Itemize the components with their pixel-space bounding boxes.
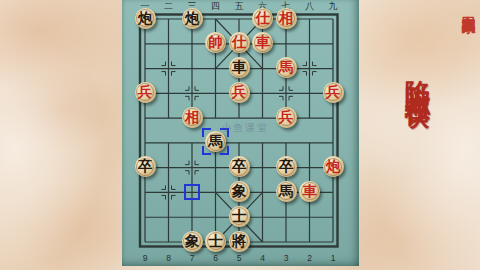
piece-red-horse[interactable]: 馬	[276, 57, 297, 78]
piece-black-advisor[interactable]: 士	[205, 231, 226, 252]
top-file-label-5: 五	[231, 1, 247, 11]
bottom-file-label-7: 3	[278, 253, 294, 263]
bottom-file-label-1: 9	[137, 253, 153, 263]
top-file-label-4: 四	[208, 1, 224, 11]
episode-title: 陷阱与秘诀	[404, 60, 431, 220]
piece-red-cannon[interactable]: 炮	[323, 156, 344, 177]
piece-red-chariot[interactable]: 車	[299, 181, 320, 202]
last-move-from-marker	[184, 184, 200, 200]
piece-black-advisor[interactable]: 士	[229, 206, 250, 227]
piece-black-elephant[interactable]: 象	[182, 231, 203, 252]
piece-red-pawn[interactable]: 兵	[135, 82, 156, 103]
piece-red-pawn[interactable]: 兵	[276, 107, 297, 128]
piece-black-cannon[interactable]: 炮	[135, 8, 156, 29]
video-frame: 一二三四五六七八九 987654321 炮炮仕相帥仕車車馬兵兵兵相兵馬卒卒卒炮象…	[0, 0, 480, 270]
piece-red-advisor[interactable]: 仕	[252, 8, 273, 29]
piece-red-pawn[interactable]: 兵	[229, 82, 250, 103]
piece-black-pawn[interactable]: 卒	[229, 156, 250, 177]
bottom-file-label-5: 5	[231, 253, 247, 263]
bottom-file-label-9: 1	[325, 253, 341, 263]
bottom-file-label-4: 6	[208, 253, 224, 263]
piece-red-pawn[interactable]: 兵	[323, 82, 344, 103]
piece-red-elephant[interactable]: 相	[276, 8, 297, 29]
bottom-file-label-2: 8	[161, 253, 177, 263]
piece-black-cannon[interactable]: 炮	[182, 8, 203, 29]
bottom-file-label-6: 4	[255, 253, 271, 263]
piece-black-horse[interactable]: 馬	[276, 181, 297, 202]
watermark: 小鱼课堂	[221, 121, 269, 135]
piece-black-general[interactable]: 將	[229, 231, 250, 252]
piece-red-elephant[interactable]: 相	[182, 107, 203, 128]
top-file-label-8: 八	[302, 1, 318, 11]
piece-black-pawn[interactable]: 卒	[276, 156, 297, 177]
top-file-label-2: 二	[161, 1, 177, 11]
bottom-file-label-8: 2	[302, 253, 318, 263]
piece-black-pawn[interactable]: 卒	[135, 156, 156, 177]
piece-black-chariot[interactable]: 車	[229, 57, 250, 78]
piece-black-elephant[interactable]: 象	[229, 181, 250, 202]
bottom-file-label-3: 7	[184, 253, 200, 263]
series-title: 中国象棋宝典系列	[461, 5, 476, 130]
top-file-label-9: 九	[325, 1, 341, 11]
piece-red-advisor[interactable]: 仕	[229, 32, 250, 53]
